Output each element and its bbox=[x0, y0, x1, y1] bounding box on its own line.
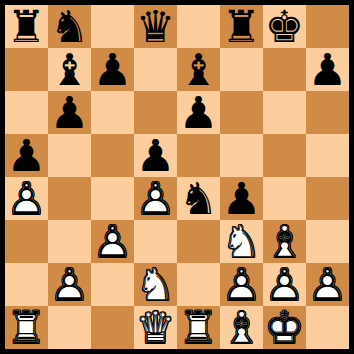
black-pawn[interactable]: ♟ bbox=[220, 177, 263, 220]
square-h8[interactable] bbox=[306, 5, 349, 48]
square-e3[interactable] bbox=[177, 220, 220, 263]
white-bishop[interactable]: ♝♗ bbox=[263, 220, 306, 263]
black-pawn[interactable]: ♟ bbox=[134, 134, 177, 177]
white-pawn-outline: ♙ bbox=[48, 263, 91, 306]
square-a2[interactable] bbox=[5, 263, 48, 306]
square-h2[interactable]: ♟♙ bbox=[306, 263, 349, 306]
square-f5[interactable] bbox=[220, 134, 263, 177]
square-e4[interactable]: ♞ bbox=[177, 177, 220, 220]
white-pawn-outline: ♙ bbox=[306, 263, 349, 306]
white-knight[interactable]: ♞♘ bbox=[220, 220, 263, 263]
square-g5[interactable] bbox=[263, 134, 306, 177]
square-f3[interactable]: ♞♘ bbox=[220, 220, 263, 263]
square-b3[interactable] bbox=[48, 220, 91, 263]
square-d8[interactable]: ♛ bbox=[134, 5, 177, 48]
white-pawn[interactable]: ♟♙ bbox=[91, 220, 134, 263]
white-pawn[interactable]: ♟♙ bbox=[134, 177, 177, 220]
white-queen[interactable]: ♛♕ bbox=[134, 306, 177, 349]
square-g6[interactable] bbox=[263, 91, 306, 134]
black-knight[interactable]: ♞ bbox=[177, 177, 220, 220]
square-b8[interactable]: ♞ bbox=[48, 5, 91, 48]
square-g7[interactable] bbox=[263, 48, 306, 91]
square-c6[interactable] bbox=[91, 91, 134, 134]
square-e2[interactable] bbox=[177, 263, 220, 306]
white-pawn[interactable]: ♟♙ bbox=[306, 263, 349, 306]
white-pawn[interactable]: ♟♙ bbox=[48, 263, 91, 306]
square-h4[interactable] bbox=[306, 177, 349, 220]
black-rook[interactable]: ♜ bbox=[220, 5, 263, 48]
square-b4[interactable] bbox=[48, 177, 91, 220]
white-king[interactable]: ♚♔ bbox=[263, 306, 306, 349]
black-queen[interactable]: ♛ bbox=[134, 5, 177, 48]
square-b7[interactable]: ♝ bbox=[48, 48, 91, 91]
square-f4[interactable]: ♟ bbox=[220, 177, 263, 220]
square-g3[interactable]: ♝♗ bbox=[263, 220, 306, 263]
black-pawn[interactable]: ♟ bbox=[91, 48, 134, 91]
square-h5[interactable] bbox=[306, 134, 349, 177]
square-d6[interactable] bbox=[134, 91, 177, 134]
square-h7[interactable]: ♟ bbox=[306, 48, 349, 91]
square-a8[interactable]: ♜ bbox=[5, 5, 48, 48]
square-c2[interactable] bbox=[91, 263, 134, 306]
square-c8[interactable] bbox=[91, 5, 134, 48]
square-f8[interactable]: ♜ bbox=[220, 5, 263, 48]
white-pawn[interactable]: ♟♙ bbox=[5, 177, 48, 220]
square-d4[interactable]: ♟♙ bbox=[134, 177, 177, 220]
square-d1[interactable]: ♛♕ bbox=[134, 306, 177, 349]
white-pawn-outline: ♙ bbox=[263, 263, 306, 306]
white-rook[interactable]: ♜♖ bbox=[177, 306, 220, 349]
square-g2[interactable]: ♟♙ bbox=[263, 263, 306, 306]
square-b1[interactable] bbox=[48, 306, 91, 349]
white-bishop-outline: ♗ bbox=[263, 220, 306, 263]
square-e7[interactable]: ♝ bbox=[177, 48, 220, 91]
square-a7[interactable] bbox=[5, 48, 48, 91]
black-pawn[interactable]: ♟ bbox=[177, 91, 220, 134]
square-g8[interactable]: ♚ bbox=[263, 5, 306, 48]
white-queen-outline: ♕ bbox=[134, 306, 177, 349]
square-e8[interactable] bbox=[177, 5, 220, 48]
square-d2[interactable]: ♞♘ bbox=[134, 263, 177, 306]
square-a6[interactable] bbox=[5, 91, 48, 134]
white-knight[interactable]: ♞♘ bbox=[134, 263, 177, 306]
square-b5[interactable] bbox=[48, 134, 91, 177]
chess-board: ♜♞♛♜♚♝♟♝♟♟♟♟♟♟♙♟♙♞♟♟♙♞♘♝♗♟♙♞♘♟♙♟♙♟♙♜♖♛♕♜… bbox=[5, 5, 349, 349]
square-a4[interactable]: ♟♙ bbox=[5, 177, 48, 220]
black-pawn[interactable]: ♟ bbox=[306, 48, 349, 91]
square-h3[interactable] bbox=[306, 220, 349, 263]
white-king-outline: ♔ bbox=[263, 306, 306, 349]
white-pawn-outline: ♙ bbox=[5, 177, 48, 220]
white-pawn-outline: ♙ bbox=[134, 177, 177, 220]
board-border: ♜♞♛♜♚♝♟♝♟♟♟♟♟♟♙♟♙♞♟♟♙♞♘♝♗♟♙♞♘♟♙♟♙♟♙♜♖♛♕♜… bbox=[0, 0, 354, 354]
square-f2[interactable]: ♟♙ bbox=[220, 263, 263, 306]
square-e5[interactable] bbox=[177, 134, 220, 177]
white-pawn[interactable]: ♟♙ bbox=[220, 263, 263, 306]
square-c3[interactable]: ♟♙ bbox=[91, 220, 134, 263]
square-f6[interactable] bbox=[220, 91, 263, 134]
white-knight-outline: ♘ bbox=[134, 263, 177, 306]
square-c1[interactable] bbox=[91, 306, 134, 349]
square-d5[interactable]: ♟ bbox=[134, 134, 177, 177]
square-e6[interactable]: ♟ bbox=[177, 91, 220, 134]
white-pawn-outline: ♙ bbox=[220, 263, 263, 306]
white-knight-outline: ♘ bbox=[220, 220, 263, 263]
square-g4[interactable] bbox=[263, 177, 306, 220]
white-rook[interactable]: ♜♖ bbox=[5, 306, 48, 349]
square-c7[interactable]: ♟ bbox=[91, 48, 134, 91]
square-e1[interactable]: ♜♖ bbox=[177, 306, 220, 349]
square-b2[interactable]: ♟♙ bbox=[48, 263, 91, 306]
black-rook[interactable]: ♜ bbox=[5, 5, 48, 48]
square-c5[interactable] bbox=[91, 134, 134, 177]
square-c4[interactable] bbox=[91, 177, 134, 220]
square-d7[interactable] bbox=[134, 48, 177, 91]
square-f7[interactable] bbox=[220, 48, 263, 91]
white-pawn[interactable]: ♟♙ bbox=[263, 263, 306, 306]
white-rook-outline: ♖ bbox=[5, 306, 48, 349]
square-h6[interactable] bbox=[306, 91, 349, 134]
white-rook-outline: ♖ bbox=[177, 306, 220, 349]
square-a3[interactable] bbox=[5, 220, 48, 263]
black-pawn[interactable]: ♟ bbox=[5, 134, 48, 177]
square-h1[interactable] bbox=[306, 306, 349, 349]
square-d3[interactable] bbox=[134, 220, 177, 263]
square-a5[interactable]: ♟ bbox=[5, 134, 48, 177]
black-knight[interactable]: ♞ bbox=[48, 5, 91, 48]
white-pawn-outline: ♙ bbox=[91, 220, 134, 263]
black-bishop[interactable]: ♝ bbox=[48, 48, 91, 91]
white-bishop-outline: ♗ bbox=[220, 306, 263, 349]
square-f1[interactable]: ♝♗ bbox=[220, 306, 263, 349]
square-b6[interactable]: ♟ bbox=[48, 91, 91, 134]
black-bishop[interactable]: ♝ bbox=[177, 48, 220, 91]
square-g1[interactable]: ♚♔ bbox=[263, 306, 306, 349]
black-pawn[interactable]: ♟ bbox=[48, 91, 91, 134]
black-king[interactable]: ♚ bbox=[263, 5, 306, 48]
square-a1[interactable]: ♜♖ bbox=[5, 306, 48, 349]
white-bishop[interactable]: ♝♗ bbox=[220, 306, 263, 349]
